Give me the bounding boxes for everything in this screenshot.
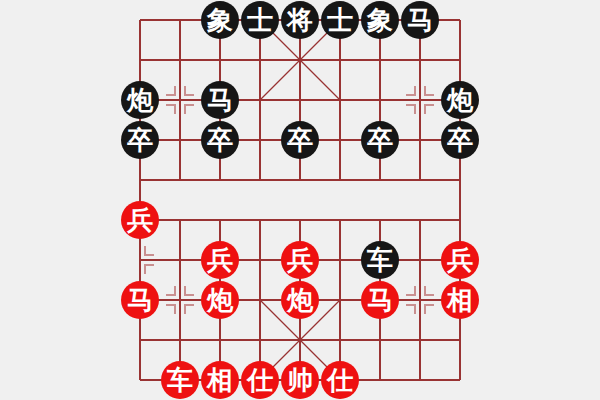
piece-red-cannon[interactable]: 炮 bbox=[201, 281, 239, 319]
piece-black-elephant[interactable]: 象 bbox=[361, 1, 399, 39]
piece-red-soldier[interactable]: 兵 bbox=[201, 241, 239, 279]
piece-red-general[interactable]: 帅 bbox=[281, 361, 319, 399]
piece-red-advisor[interactable]: 仕 bbox=[321, 361, 359, 399]
piece-black-horse[interactable]: 马 bbox=[401, 1, 439, 39]
piece-black-chariot[interactable]: 车 bbox=[361, 241, 399, 279]
piece-black-soldier[interactable]: 卒 bbox=[361, 121, 399, 159]
xiangqi-board: 象士将士象马炮马炮卒卒卒卒卒兵兵兵车兵马炮炮马相车相仕帅仕 bbox=[120, 0, 480, 400]
piece-red-soldier[interactable]: 兵 bbox=[441, 241, 479, 279]
piece-red-cannon[interactable]: 炮 bbox=[281, 281, 319, 319]
piece-red-horse[interactable]: 马 bbox=[121, 281, 159, 319]
piece-black-soldier[interactable]: 卒 bbox=[441, 121, 479, 159]
piece-red-soldier[interactable]: 兵 bbox=[281, 241, 319, 279]
piece-black-soldier[interactable]: 卒 bbox=[121, 121, 159, 159]
piece-black-cannon[interactable]: 炮 bbox=[121, 81, 159, 119]
piece-black-horse[interactable]: 马 bbox=[201, 81, 239, 119]
piece-black-soldier[interactable]: 卒 bbox=[201, 121, 239, 159]
app-background: 象士将士象马炮马炮卒卒卒卒卒兵兵兵车兵马炮炮马相车相仕帅仕 bbox=[0, 0, 600, 400]
piece-red-elephant[interactable]: 相 bbox=[441, 281, 479, 319]
piece-black-advisor[interactable]: 士 bbox=[321, 1, 359, 39]
piece-black-soldier[interactable]: 卒 bbox=[281, 121, 319, 159]
piece-red-elephant[interactable]: 相 bbox=[201, 361, 239, 399]
piece-black-cannon[interactable]: 炮 bbox=[441, 81, 479, 119]
piece-black-elephant[interactable]: 象 bbox=[201, 1, 239, 39]
piece-black-general[interactable]: 将 bbox=[281, 1, 319, 39]
piece-red-chariot[interactable]: 车 bbox=[161, 361, 199, 399]
piece-red-horse[interactable]: 马 bbox=[361, 281, 399, 319]
piece-red-advisor[interactable]: 仕 bbox=[241, 361, 279, 399]
piece-red-soldier[interactable]: 兵 bbox=[121, 201, 159, 239]
pieces-layer: 象士将士象马炮马炮卒卒卒卒卒兵兵兵车兵马炮炮马相车相仕帅仕 bbox=[120, 0, 480, 400]
piece-black-advisor[interactable]: 士 bbox=[241, 1, 279, 39]
